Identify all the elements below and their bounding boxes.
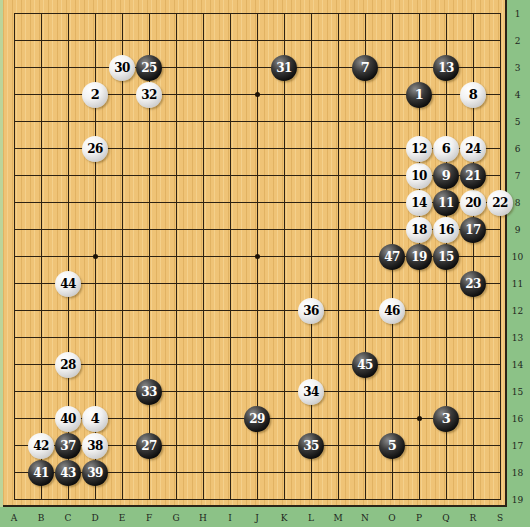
row-label-15: 15: [505, 386, 530, 398]
column-label-A: A: [6, 512, 22, 524]
stone-B-27-F17[interactable]: 27: [136, 433, 162, 459]
column-label-H: H: [195, 512, 211, 524]
stone-B-1-P4[interactable]: 1: [406, 82, 432, 108]
stone-W-8-R4[interactable]: 8: [460, 82, 486, 108]
stone-W-42-B17[interactable]: 42: [28, 433, 54, 459]
grid-line-horizontal: [14, 283, 501, 284]
row-label-7: 7: [505, 170, 530, 182]
row-label-14: 14: [505, 359, 530, 371]
grid-line-horizontal: [14, 364, 501, 365]
stone-B-39-D18[interactable]: 39: [82, 460, 108, 486]
column-label-L: L: [303, 512, 319, 524]
stone-W-18-P9[interactable]: 18: [406, 217, 432, 243]
stone-B-5-O17[interactable]: 5: [379, 433, 405, 459]
stone-W-46-O12[interactable]: 46: [379, 298, 405, 324]
column-label-J: J: [249, 512, 265, 524]
row-label-8: 8: [505, 197, 530, 209]
grid-line-vertical: [500, 13, 501, 500]
grid-line-vertical: [311, 13, 312, 500]
grid-line-horizontal: [14, 391, 501, 392]
column-label-P: P: [411, 512, 427, 524]
stone-B-31-K3[interactable]: 31: [271, 55, 297, 81]
column-label-I: I: [222, 512, 238, 524]
stone-B-45-N14[interactable]: 45: [352, 352, 378, 378]
stone-B-15-Q10[interactable]: 15: [433, 244, 459, 270]
row-label-19: 19: [505, 494, 530, 506]
stone-B-19-P10[interactable]: 19: [406, 244, 432, 270]
star-point: [417, 416, 422, 421]
column-label-S: S: [492, 512, 508, 524]
column-label-D: D: [87, 512, 103, 524]
row-label-16: 16: [505, 413, 530, 425]
row-label-18: 18: [505, 467, 530, 479]
grid-line-horizontal: [14, 337, 501, 338]
go-board[interactable]: 1234567891011121314151617181920212223242…: [3, 0, 507, 507]
grid-line-horizontal: [14, 499, 501, 500]
stone-B-37-C17[interactable]: 37: [55, 433, 81, 459]
stone-W-10-P7[interactable]: 10: [406, 163, 432, 189]
stone-W-14-P8[interactable]: 14: [406, 190, 432, 216]
column-label-M: M: [330, 512, 346, 524]
stone-B-41-B18[interactable]: 41: [28, 460, 54, 486]
row-label-3: 3: [505, 62, 530, 74]
stone-B-23-R11[interactable]: 23: [460, 271, 486, 297]
column-label-B: B: [33, 512, 49, 524]
column-label-N: N: [357, 512, 373, 524]
column-label-O: O: [384, 512, 400, 524]
grid-line-vertical: [365, 13, 366, 500]
row-label-2: 2: [505, 35, 530, 47]
stone-W-4-D16[interactable]: 4: [82, 406, 108, 432]
column-label-F: F: [141, 512, 157, 524]
stone-B-13-Q3[interactable]: 13: [433, 55, 459, 81]
row-label-1: 1: [505, 8, 530, 20]
row-label-13: 13: [505, 332, 530, 344]
stone-W-20-R8[interactable]: 20: [460, 190, 486, 216]
stone-W-44-C11[interactable]: 44: [55, 271, 81, 297]
row-label-4: 4: [505, 89, 530, 101]
row-label-5: 5: [505, 116, 530, 128]
column-label-R: R: [465, 512, 481, 524]
stone-B-3-Q16[interactable]: 3: [433, 406, 459, 432]
column-label-Q: Q: [438, 512, 454, 524]
stone-B-47-O10[interactable]: 47: [379, 244, 405, 270]
stone-B-17-R9[interactable]: 17: [460, 217, 486, 243]
grid-line-vertical: [284, 13, 285, 500]
stone-W-30-E3[interactable]: 30: [109, 55, 135, 81]
stone-W-24-R6[interactable]: 24: [460, 136, 486, 162]
stone-W-28-C14[interactable]: 28: [55, 352, 81, 378]
star-point: [255, 92, 260, 97]
stone-B-29-J16[interactable]: 29: [244, 406, 270, 432]
stone-W-40-C16[interactable]: 40: [55, 406, 81, 432]
stone-W-32-F4[interactable]: 32: [136, 82, 162, 108]
grid-line-vertical: [338, 13, 339, 500]
star-point: [93, 254, 98, 259]
stone-W-12-P6[interactable]: 12: [406, 136, 432, 162]
column-label-G: G: [168, 512, 184, 524]
go-board-app: 1234567891011121314151617181920212223242…: [0, 0, 530, 527]
column-label-K: K: [276, 512, 292, 524]
stone-W-36-L12[interactable]: 36: [298, 298, 324, 324]
row-label-17: 17: [505, 440, 530, 452]
column-label-C: C: [60, 512, 76, 524]
stone-B-11-Q8[interactable]: 11: [433, 190, 459, 216]
star-point: [255, 254, 260, 259]
stone-W-6-Q6[interactable]: 6: [433, 136, 459, 162]
stone-W-2-D4[interactable]: 2: [82, 82, 108, 108]
row-label-10: 10: [505, 251, 530, 263]
row-label-6: 6: [505, 143, 530, 155]
stone-W-26-D6[interactable]: 26: [82, 136, 108, 162]
stone-B-21-R7[interactable]: 21: [460, 163, 486, 189]
stone-W-16-Q9[interactable]: 16: [433, 217, 459, 243]
stone-B-9-Q7[interactable]: 9: [433, 163, 459, 189]
row-label-11: 11: [505, 278, 530, 290]
stone-B-43-C18[interactable]: 43: [55, 460, 81, 486]
stone-W-34-L15[interactable]: 34: [298, 379, 324, 405]
stone-B-7-N3[interactable]: 7: [352, 55, 378, 81]
stone-B-33-F15[interactable]: 33: [136, 379, 162, 405]
stone-B-25-F3[interactable]: 25: [136, 55, 162, 81]
stone-B-35-L17[interactable]: 35: [298, 433, 324, 459]
column-label-E: E: [114, 512, 130, 524]
row-label-12: 12: [505, 305, 530, 317]
row-label-9: 9: [505, 224, 530, 236]
stone-W-38-D17[interactable]: 38: [82, 433, 108, 459]
grid-line-horizontal: [14, 310, 501, 311]
